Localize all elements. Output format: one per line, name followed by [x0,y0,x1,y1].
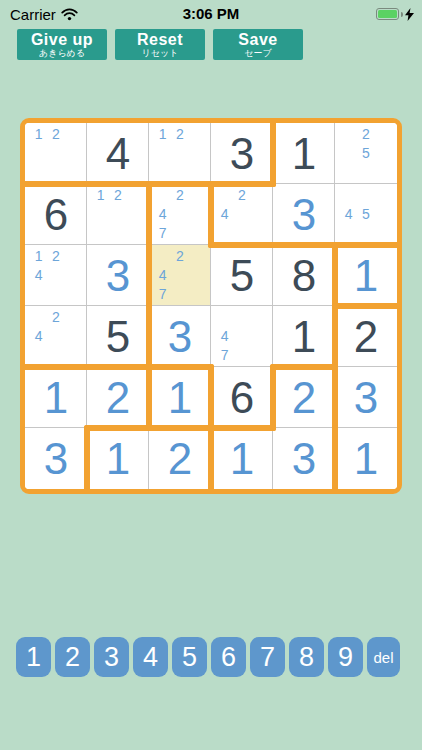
pencil-marks: 12 [92,186,144,242]
cell-r3c1[interactable]: 5 [87,306,149,367]
given-number: 1 [273,123,335,184]
wifi-icon [61,8,78,21]
cell-r0c4[interactable]: 1 [273,123,335,184]
save-sublabel: セーブ [244,48,271,58]
given-number: 1 [273,306,335,367]
digit-key-4[interactable]: 4 [133,637,168,677]
cell-r0c1[interactable]: 4 [87,123,149,184]
cell-r4c0[interactable]: 1 [25,367,87,428]
cell-r1c0[interactable]: 6 [25,184,87,245]
given-number: 3 [211,123,273,184]
puzzle-grid: 1241231256122472434512432475812453471212… [25,123,397,489]
given-number: 6 [211,367,273,428]
given-number: 5 [87,306,149,367]
cell-r0c0[interactable]: 12 [25,123,87,184]
user-number: 3 [273,428,335,489]
user-number: 1 [25,367,87,428]
cell-r5c5[interactable]: 1 [335,428,397,489]
cell-r3c2[interactable]: 3 [149,306,211,367]
cell-r5c0[interactable]: 3 [25,428,87,489]
give-up-button[interactable]: Give up あきらめる [17,29,107,60]
user-number: 2 [273,367,335,428]
digit-key-2[interactable]: 2 [55,637,90,677]
user-number: 1 [211,428,273,489]
cell-r4c4[interactable]: 2 [273,367,335,428]
give-up-sublabel: あきらめる [39,48,85,58]
pencil-marks: 247 [154,186,206,242]
puzzle-board: 1241231256122472434512432475812453471212… [20,118,402,494]
cell-r4c5[interactable]: 3 [335,367,397,428]
battery-nub [401,12,403,17]
cell-r0c5[interactable]: 25 [335,123,397,184]
cell-r1c5[interactable]: 45 [335,184,397,245]
user-number: 1 [87,428,149,489]
toolbar: Give up あきらめる Reset リセット Save セーブ [17,29,303,60]
cell-r4c1[interactable]: 2 [87,367,149,428]
digit-key-6[interactable]: 6 [211,637,246,677]
user-number: 2 [149,428,211,489]
cell-r3c0[interactable]: 24 [25,306,87,367]
pencil-marks: 247 [154,247,206,303]
pencil-marks: 24 [216,186,268,242]
digit-key-1[interactable]: 1 [16,637,51,677]
carrier-label: Carrier [10,6,56,23]
cell-r2c3[interactable]: 5 [211,245,273,306]
pencil-marks: 12 [30,125,82,181]
cell-r2c0[interactable]: 124 [25,245,87,306]
pencil-marks: 47 [216,308,268,364]
digit-key-5[interactable]: 5 [172,637,207,677]
cell-r2c2[interactable]: 247 [149,245,211,306]
battery-fill [378,10,397,18]
cell-r5c4[interactable]: 3 [273,428,335,489]
digit-key-7[interactable]: 7 [250,637,285,677]
save-label: Save [238,31,277,48]
cell-r3c5[interactable]: 2 [335,306,397,367]
user-number: 1 [335,245,397,306]
cell-r2c1[interactable]: 3 [87,245,149,306]
number-keypad: 123456789del [16,637,400,677]
cell-r4c3[interactable]: 6 [211,367,273,428]
user-number: 3 [335,367,397,428]
user-number: 2 [87,367,149,428]
cell-r3c3[interactable]: 47 [211,306,273,367]
cell-r5c3[interactable]: 1 [211,428,273,489]
pencil-marks: 12 [154,125,206,181]
charging-bolt-icon [405,8,414,21]
cell-r5c2[interactable]: 2 [149,428,211,489]
digit-key-3[interactable]: 3 [94,637,129,677]
digit-key-9[interactable]: 9 [328,637,363,677]
reset-button[interactable]: Reset リセット [115,29,205,60]
digit-key-8[interactable]: 8 [289,637,324,677]
user-number: 3 [87,245,149,306]
given-number: 8 [273,245,335,306]
given-number: 5 [211,245,273,306]
save-button[interactable]: Save セーブ [213,29,303,60]
pencil-marks: 24 [30,308,82,364]
give-up-label: Give up [31,31,93,48]
cell-r4c2[interactable]: 1 [149,367,211,428]
battery-icon [376,8,399,20]
user-number: 1 [149,367,211,428]
given-number: 2 [335,306,397,367]
delete-key[interactable]: del [367,637,400,677]
cell-r1c2[interactable]: 247 [149,184,211,245]
cell-r0c2[interactable]: 12 [149,123,211,184]
cell-r0c3[interactable]: 3 [211,123,273,184]
cell-r2c4[interactable]: 8 [273,245,335,306]
cell-r1c1[interactable]: 12 [87,184,149,245]
user-number: 3 [273,184,335,245]
pencil-marks: 25 [340,125,392,181]
cell-r1c4[interactable]: 3 [273,184,335,245]
user-number: 1 [335,428,397,489]
reset-sublabel: リセット [142,48,179,58]
cell-r2c5[interactable]: 1 [335,245,397,306]
cell-r1c3[interactable]: 24 [211,184,273,245]
given-number: 4 [87,123,149,184]
user-number: 3 [25,428,87,489]
battery-indicator [376,8,414,21]
status-bar: Carrier 3:06 PM [0,0,422,24]
pencil-marks: 45 [340,186,392,242]
given-number: 6 [25,184,87,245]
pencil-marks: 124 [30,247,82,303]
user-number: 3 [149,306,211,367]
cell-r3c4[interactable]: 1 [273,306,335,367]
reset-label: Reset [137,31,183,48]
cell-r5c1[interactable]: 1 [87,428,149,489]
